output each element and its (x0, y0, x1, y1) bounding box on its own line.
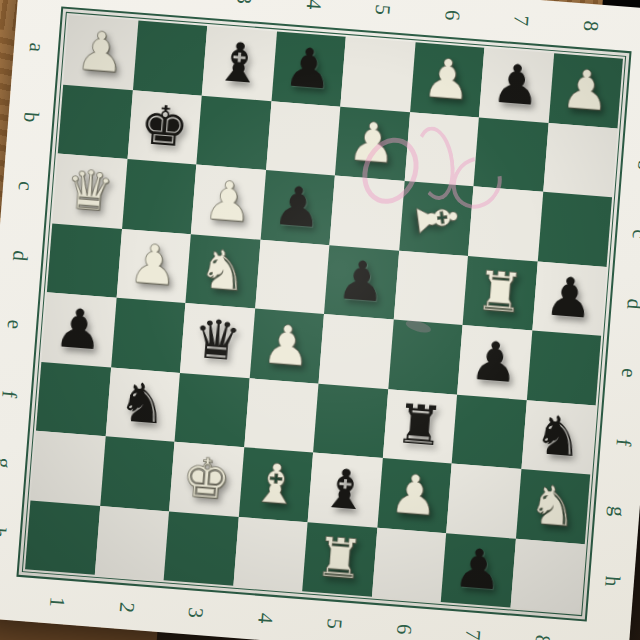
square-e1[interactable]: ♟ (41, 292, 116, 367)
coordinate-label-a: a (0, 23, 72, 72)
piece-black-rook-f6[interactable]: ♜ (393, 397, 446, 455)
square-a5[interactable] (340, 37, 415, 112)
square-a6[interactable]: ♟ (410, 42, 485, 117)
square-h1[interactable] (25, 500, 100, 575)
square-d2[interactable]: ♟ (116, 228, 191, 303)
piece-black-pawn-h7[interactable]: ♟ (452, 541, 505, 599)
piece-black-knight-f8[interactable]: ♞ (532, 408, 585, 466)
piece-black-pawn-e7[interactable]: ♟ (468, 333, 521, 391)
coordinate-label-c: c (0, 161, 61, 210)
square-d4[interactable] (255, 239, 330, 314)
square-h5[interactable]: ♜ (302, 522, 377, 597)
square-b1[interactable] (58, 84, 133, 159)
square-d3[interactable]: ♞ (185, 234, 260, 309)
square-h2[interactable] (94, 505, 169, 580)
square-c3[interactable]: ♟ (191, 165, 266, 240)
square-f6[interactable]: ♜ (382, 389, 457, 464)
square-h3[interactable] (164, 511, 239, 586)
square-a8[interactable]: ♟ (548, 53, 623, 128)
piece-black-queen-e3[interactable]: ♛ (191, 312, 244, 370)
piece-black-pawn-e1[interactable]: ♟ (53, 301, 106, 359)
square-a3[interactable]: ♝ (202, 26, 277, 101)
coordinate-label-g: g (581, 487, 640, 536)
square-e2[interactable] (111, 298, 186, 373)
square-d5[interactable]: ♟ (324, 245, 399, 320)
piece-white-pawn-a1[interactable]: ♟ (74, 24, 127, 82)
square-g7[interactable] (446, 463, 521, 538)
square-h4[interactable] (233, 516, 308, 591)
piece-black-pawn-d5[interactable]: ♟ (335, 253, 388, 311)
coordinate-label-f: f (587, 417, 640, 466)
piece-white-bishop-g4[interactable]: ♝ (249, 456, 302, 514)
piece-white-king-g3[interactable]: ♚ (180, 450, 233, 508)
square-e7[interactable]: ♟ (457, 325, 532, 400)
square-a4[interactable]: ♟ (271, 31, 346, 106)
square-h6[interactable] (371, 527, 446, 602)
piece-white-queen-c1[interactable]: ♛ (63, 162, 116, 220)
piece-white-pawn-a8[interactable]: ♟ (559, 62, 612, 120)
piece-black-pawn-a7[interactable]: ♟ (490, 56, 543, 114)
square-h8[interactable] (510, 538, 585, 613)
square-f5[interactable] (313, 383, 388, 458)
square-g1[interactable] (30, 431, 105, 506)
square-a1[interactable]: ♟ (63, 15, 138, 90)
coordinate-label-3: 3 (171, 577, 220, 640)
square-f2[interactable]: ♞ (105, 367, 180, 442)
square-d8[interactable]: ♟ (532, 261, 607, 336)
piece-black-king-b2[interactable]: ♚ (138, 98, 191, 156)
square-g5[interactable]: ♝ (308, 453, 383, 528)
coordinate-label-2: 2 (102, 571, 151, 640)
square-b8[interactable] (543, 123, 618, 198)
piece-black-pawn-c4[interactable]: ♟ (271, 179, 324, 237)
square-c4[interactable]: ♟ (260, 170, 335, 245)
square-e3[interactable]: ♛ (180, 303, 255, 378)
square-g2[interactable] (100, 436, 175, 511)
piece-white-rook-h5[interactable]: ♜ (313, 530, 366, 588)
square-e4[interactable]: ♟ (249, 309, 324, 384)
square-a2[interactable] (133, 20, 208, 95)
square-b2[interactable]: ♚ (127, 90, 202, 165)
piece-white-pawn-a6[interactable]: ♟ (421, 51, 474, 109)
piece-black-bishop-a3[interactable]: ♝ (213, 35, 266, 93)
coordinate-label-h: h (576, 556, 640, 605)
square-e8[interactable] (526, 330, 601, 405)
piece-white-pawn-g6[interactable]: ♟ (388, 467, 441, 525)
square-f7[interactable] (452, 394, 527, 469)
piece-white-knight-d3[interactable]: ♞ (197, 242, 250, 300)
piece-black-pawn-d8[interactable]: ♟ (543, 270, 596, 328)
coordinate-label-8: 8 (566, 0, 615, 62)
photo-scene: 12345678 12345678 abcdefgh abcdefgh ♟♝♟♟… (0, 0, 640, 640)
square-g6[interactable]: ♟ (377, 458, 452, 533)
square-b3[interactable] (196, 95, 271, 170)
square-f1[interactable] (36, 361, 111, 436)
piece-white-pawn-e4[interactable]: ♟ (260, 317, 313, 375)
coordinate-label-5: 5 (310, 587, 359, 640)
square-f4[interactable] (244, 378, 319, 453)
square-g3[interactable]: ♚ (169, 442, 244, 517)
square-d1[interactable] (47, 223, 122, 298)
square-f8[interactable]: ♞ (521, 400, 596, 475)
square-e5[interactable] (319, 314, 394, 389)
piece-white-pawn-d2[interactable]: ♟ (127, 237, 180, 295)
chess-board: ♟♝♟♟♟♟♚♟♛♟♟♝♟♞♟♜♟♟♛♟♟♞♜♞♚♝♝♟♞♜♟ (25, 15, 623, 613)
piece-white-rook-d7[interactable]: ♜ (474, 264, 527, 322)
square-c8[interactable] (537, 192, 612, 267)
square-a7[interactable]: ♟ (479, 48, 554, 123)
piece-white-knight-g8[interactable]: ♞ (527, 477, 580, 535)
square-c2[interactable] (122, 159, 197, 234)
chess-mat: 12345678 12345678 abcdefgh abcdefgh ♟♝♟♟… (0, 0, 640, 640)
piece-white-pawn-c3[interactable]: ♟ (202, 173, 255, 231)
square-c1[interactable]: ♛ (52, 154, 127, 229)
square-d7[interactable]: ♜ (463, 256, 538, 331)
square-b4[interactable] (266, 101, 341, 176)
square-f3[interactable] (175, 372, 250, 447)
square-d6[interactable] (393, 250, 468, 325)
piece-black-knight-f2[interactable]: ♞ (116, 375, 169, 433)
pink-marker-scribble (354, 106, 512, 222)
square-h7[interactable]: ♟ (441, 533, 516, 608)
coordinate-label-b: b (0, 92, 67, 141)
square-g8[interactable]: ♞ (515, 469, 590, 544)
piece-black-pawn-a4[interactable]: ♟ (282, 40, 335, 98)
coordinate-label-4: 4 (241, 582, 290, 640)
piece-black-bishop-g5[interactable]: ♝ (319, 461, 372, 519)
square-g4[interactable]: ♝ (238, 447, 313, 522)
coordinate-label-1: 1 (33, 566, 82, 639)
